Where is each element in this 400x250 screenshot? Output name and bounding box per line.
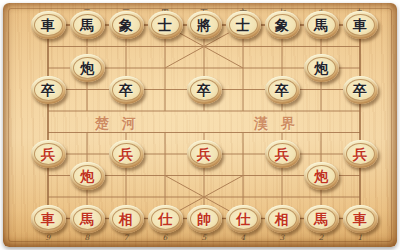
piece-face: 士 [229, 14, 258, 36]
piece-black-chariot[interactable]: 車 [343, 11, 378, 39]
piece-face: 卒 [190, 79, 219, 101]
piece-red-advisor[interactable]: 仕 [148, 205, 183, 233]
piece-face: 仕 [151, 208, 180, 230]
file-label-bottom-7: 3 [263, 232, 302, 243]
piece-red-cannon[interactable]: 炮 [304, 162, 339, 190]
piece-face: 兵 [268, 143, 297, 165]
piece-face: 兵 [190, 143, 219, 165]
file-label-bottom-6: 4 [224, 232, 263, 243]
piece-face: 車 [346, 14, 375, 36]
piece-red-soldier[interactable]: 兵 [109, 140, 144, 168]
piece-face: 士 [151, 14, 180, 36]
file-label-bottom-1: 9 [29, 232, 68, 243]
piece-black-soldier[interactable]: 卒 [187, 76, 222, 104]
piece-black-cannon[interactable]: 炮 [304, 54, 339, 82]
piece-red-horse[interactable]: 馬 [70, 205, 105, 233]
piece-face: 象 [112, 14, 141, 36]
piece-face: 炮 [307, 165, 336, 187]
xiangqi-board: 一二三四五六七八九 987654321 楚河 漢界 車馬象士將士象馬車炮炮卒卒卒… [3, 3, 397, 247]
piece-black-advisor[interactable]: 士 [226, 11, 261, 39]
piece-face: 馬 [307, 208, 336, 230]
piece-black-chariot[interactable]: 車 [31, 11, 66, 39]
piece-black-general[interactable]: 將 [187, 11, 222, 39]
piece-red-advisor[interactable]: 仕 [226, 205, 261, 233]
piece-black-soldier[interactable]: 卒 [343, 76, 378, 104]
piece-black-elephant[interactable]: 象 [109, 11, 144, 39]
piece-face: 兵 [346, 143, 375, 165]
piece-red-cannon[interactable]: 炮 [70, 162, 105, 190]
piece-face: 相 [268, 208, 297, 230]
piece-face: 卒 [268, 79, 297, 101]
piece-red-soldier[interactable]: 兵 [265, 140, 300, 168]
piece-face: 炮 [307, 57, 336, 79]
piece-face: 將 [190, 14, 219, 36]
screenshot-root: 一二三四五六七八九 987654321 楚河 漢界 車馬象士將士象馬車炮炮卒卒卒… [0, 0, 400, 250]
pieces-layer: 車馬象士將士象馬車炮炮卒卒卒卒卒兵兵兵兵兵炮炮車馬相仕帥仕相馬車 [29, 14, 380, 230]
file-label-bottom-4: 6 [146, 232, 185, 243]
piece-red-general[interactable]: 帥 [187, 205, 222, 233]
piece-black-advisor[interactable]: 士 [148, 11, 183, 39]
piece-face: 仕 [229, 208, 258, 230]
piece-face: 兵 [34, 143, 63, 165]
piece-red-chariot[interactable]: 車 [31, 205, 66, 233]
piece-red-soldier[interactable]: 兵 [343, 140, 378, 168]
piece-face: 炮 [73, 165, 102, 187]
file-labels-bottom: 987654321 [29, 232, 380, 243]
piece-face: 車 [34, 208, 63, 230]
piece-face: 車 [34, 14, 63, 36]
piece-face: 卒 [112, 79, 141, 101]
piece-black-elephant[interactable]: 象 [265, 11, 300, 39]
piece-black-horse[interactable]: 馬 [304, 11, 339, 39]
piece-red-soldier[interactable]: 兵 [31, 140, 66, 168]
piece-black-soldier[interactable]: 卒 [31, 76, 66, 104]
file-label-bottom-2: 8 [68, 232, 107, 243]
piece-face: 馬 [73, 14, 102, 36]
piece-black-cannon[interactable]: 炮 [70, 54, 105, 82]
piece-red-soldier[interactable]: 兵 [187, 140, 222, 168]
piece-face: 卒 [34, 79, 63, 101]
piece-red-elephant[interactable]: 相 [109, 205, 144, 233]
piece-black-horse[interactable]: 馬 [70, 11, 105, 39]
piece-black-soldier[interactable]: 卒 [109, 76, 144, 104]
file-label-bottom-9: 1 [341, 232, 380, 243]
piece-face: 相 [112, 208, 141, 230]
piece-face: 車 [346, 208, 375, 230]
piece-red-chariot[interactable]: 車 [343, 205, 378, 233]
piece-face: 炮 [73, 57, 102, 79]
file-label-bottom-8: 2 [302, 232, 341, 243]
piece-black-soldier[interactable]: 卒 [265, 76, 300, 104]
piece-face: 兵 [112, 143, 141, 165]
piece-face: 馬 [73, 208, 102, 230]
file-label-bottom-3: 7 [107, 232, 146, 243]
file-label-bottom-5: 5 [185, 232, 224, 243]
piece-red-horse[interactable]: 馬 [304, 205, 339, 233]
piece-face: 卒 [346, 79, 375, 101]
piece-face: 馬 [307, 14, 336, 36]
piece-red-elephant[interactable]: 相 [265, 205, 300, 233]
piece-face: 象 [268, 14, 297, 36]
piece-face: 帥 [190, 208, 219, 230]
